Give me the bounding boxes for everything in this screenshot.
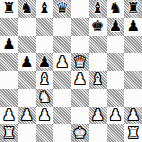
- square-b8[interactable]: ♞: [18, 0, 36, 18]
- piece-black-R-a8: ♜: [2, 0, 15, 17]
- piece-white-P-b2: ♟: [20, 107, 33, 124]
- square-h1[interactable]: ♜: [124, 124, 142, 142]
- square-a2[interactable]: ♟: [0, 107, 18, 125]
- square-g5[interactable]: [107, 53, 125, 71]
- square-b2[interactable]: ♟: [18, 107, 36, 125]
- square-c1[interactable]: [36, 124, 54, 142]
- square-e7[interactable]: [71, 18, 89, 36]
- square-e1[interactable]: ♚: [71, 124, 89, 142]
- square-h6[interactable]: [124, 36, 142, 54]
- square-e2[interactable]: [71, 107, 89, 125]
- square-a7[interactable]: [0, 18, 18, 36]
- square-h3[interactable]: [124, 89, 142, 107]
- square-c4[interactable]: ♝: [36, 71, 54, 89]
- square-g2[interactable]: ♟: [107, 107, 125, 125]
- square-h5[interactable]: [124, 53, 142, 71]
- square-c7[interactable]: [36, 18, 54, 36]
- chess-board: ♜♞♝♛♝♞♜♚♟♟♟♟♟♟♛♝♟♝♞♟♟♟♟♟♟♜♚♜: [0, 0, 142, 142]
- square-b7[interactable]: [18, 18, 36, 36]
- square-e6[interactable]: [71, 36, 89, 54]
- square-g6[interactable]: [107, 36, 125, 54]
- square-f7[interactable]: ♚: [89, 18, 107, 36]
- square-a4[interactable]: [0, 71, 18, 89]
- square-a8[interactable]: ♜: [0, 0, 18, 18]
- piece-black-R-h8: ♜: [126, 0, 139, 17]
- square-e5[interactable]: ♛: [71, 53, 89, 71]
- piece-white-B-f4: ♝: [91, 71, 104, 88]
- square-d3[interactable]: [53, 89, 71, 107]
- square-f5[interactable]: [89, 53, 107, 71]
- piece-white-P-f2: ♟: [91, 107, 104, 124]
- piece-black-P-h7: ♟: [126, 18, 139, 35]
- piece-white-Q-e5: ♛: [73, 54, 86, 71]
- square-f2[interactable]: ♟: [89, 107, 107, 125]
- piece-black-N-b8: ♞: [20, 0, 33, 17]
- square-a1[interactable]: ♜: [0, 124, 18, 142]
- square-b5[interactable]: ♟: [18, 53, 36, 71]
- piece-black-N-g8: ♞: [109, 0, 122, 17]
- piece-white-P-g2: ♟: [109, 107, 122, 124]
- square-g8[interactable]: ♞: [107, 0, 125, 18]
- square-d8[interactable]: ♛: [53, 0, 71, 18]
- square-d6[interactable]: [53, 36, 71, 54]
- piece-white-P-c2: ♟: [38, 107, 51, 124]
- piece-white-B-c4: ♝: [38, 71, 51, 88]
- piece-white-R-h1: ♜: [126, 125, 139, 142]
- piece-black-B-f8: ♝: [91, 0, 104, 17]
- piece-black-Q-d8: ♛: [55, 0, 68, 17]
- piece-black-P-c5: ♟: [38, 54, 51, 71]
- square-g4[interactable]: [107, 71, 125, 89]
- square-e8[interactable]: [71, 0, 89, 18]
- piece-black-P-a6: ♟: [2, 36, 15, 53]
- square-d1[interactable]: [53, 124, 71, 142]
- piece-white-K-e1: ♚: [73, 125, 86, 142]
- square-g7[interactable]: ♟: [107, 18, 125, 36]
- square-d5[interactable]: ♟: [53, 53, 71, 71]
- square-f8[interactable]: ♝: [89, 0, 107, 18]
- square-d4[interactable]: [53, 71, 71, 89]
- square-d2[interactable]: [53, 107, 71, 125]
- square-f3[interactable]: [89, 89, 107, 107]
- square-b3[interactable]: [18, 89, 36, 107]
- square-b4[interactable]: [18, 71, 36, 89]
- square-g1[interactable]: [107, 124, 125, 142]
- square-c2[interactable]: ♟: [36, 107, 54, 125]
- square-a3[interactable]: [0, 89, 18, 107]
- square-h2[interactable]: ♟: [124, 107, 142, 125]
- square-e3[interactable]: [71, 89, 89, 107]
- piece-white-P-e4: ♟: [73, 71, 86, 88]
- piece-black-P-b5: ♟: [20, 54, 33, 71]
- square-f1[interactable]: [89, 124, 107, 142]
- square-h8[interactable]: ♜: [124, 0, 142, 18]
- square-b1[interactable]: [18, 124, 36, 142]
- piece-white-N-c3: ♞: [38, 89, 51, 106]
- square-f4[interactable]: ♝: [89, 71, 107, 89]
- piece-black-P-g7: ♟: [109, 18, 122, 35]
- square-c5[interactable]: ♟: [36, 53, 54, 71]
- piece-white-P-d5: ♟: [55, 54, 68, 71]
- square-e4[interactable]: ♟: [71, 71, 89, 89]
- piece-black-B-c8: ♝: [38, 0, 51, 17]
- square-g3[interactable]: [107, 89, 125, 107]
- piece-white-P-a2: ♟: [2, 107, 15, 124]
- square-f6[interactable]: [89, 36, 107, 54]
- square-d7[interactable]: [53, 18, 71, 36]
- square-h4[interactable]: [124, 71, 142, 89]
- square-b6[interactable]: [18, 36, 36, 54]
- piece-white-R-a1: ♜: [2, 125, 15, 142]
- square-c8[interactable]: ♝: [36, 0, 54, 18]
- square-a6[interactable]: ♟: [0, 36, 18, 54]
- piece-white-P-h2: ♟: [126, 107, 139, 124]
- square-h7[interactable]: ♟: [124, 18, 142, 36]
- square-a5[interactable]: [0, 53, 18, 71]
- square-c3[interactable]: ♞: [36, 89, 54, 107]
- piece-black-K-f7: ♚: [91, 18, 104, 35]
- square-c6[interactable]: [36, 36, 54, 54]
